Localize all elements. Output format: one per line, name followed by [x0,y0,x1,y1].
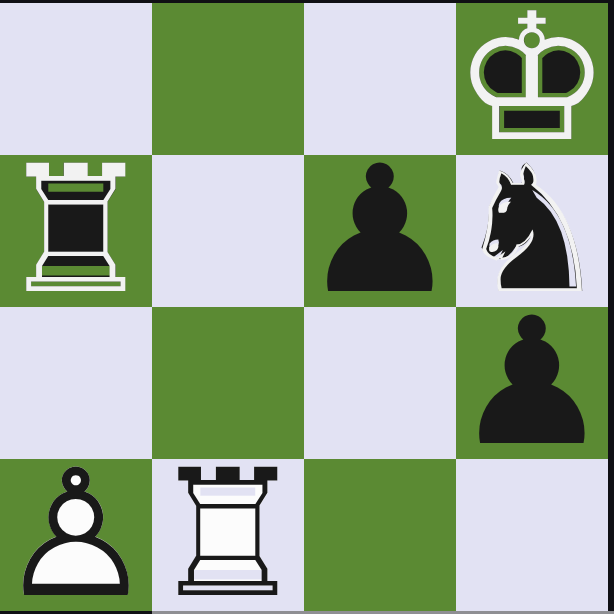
black-king-glyph: ♚ [456,3,608,155]
square-r3c1[interactable] [0,307,152,459]
square-r1c4[interactable]: ♚♔ [456,3,608,155]
black-knight-detail-lines: ♘ [456,155,608,307]
square-r2c1[interactable]: ♜♖ [0,155,152,307]
square-r4c3[interactable] [304,459,456,611]
square-r4c2[interactable]: ♜♖ [152,459,304,611]
black-pawn-piece[interactable]: ♟ [304,155,456,307]
square-r1c2[interactable] [152,3,304,155]
black-rook-detail-lines: ♖ [0,155,152,307]
square-r4c1[interactable]: ♟♙ [0,459,152,611]
square-r1c1[interactable] [0,3,152,155]
white-pawn-piece[interactable]: ♟♙ [0,459,152,611]
black-pawn-glyph: ♟ [304,155,456,307]
square-r2c2[interactable] [152,155,304,307]
square-r4c4[interactable] [456,459,608,611]
black-rook-piece[interactable]: ♜♖ [0,155,152,307]
black-pawn-piece[interactable]: ♟ [456,307,608,459]
white-rook-piece[interactable]: ♜♖ [152,459,304,611]
square-r1c3[interactable] [304,3,456,155]
square-r2c4[interactable]: ♞♘ [456,155,608,307]
square-r3c4[interactable]: ♟ [456,307,608,459]
white-rook-detail-lines: ♖ [152,459,304,611]
white-rook-glyph: ♜ [152,459,304,611]
black-pawn-glyph: ♟ [456,307,608,459]
white-pawn-glyph: ♟ [0,459,152,611]
board-frame: ♚♔♜♖♟♞♘♟♟♙♜♖ [0,0,614,614]
chess-board: ♚♔♜♖♟♞♘♟♟♙♜♖ [0,3,608,611]
black-king-detail-lines: ♔ [456,3,608,155]
black-rook-glyph: ♜ [0,155,152,307]
square-r2c3[interactable]: ♟ [304,155,456,307]
black-knight-glyph: ♞ [456,155,608,307]
square-r3c3[interactable] [304,307,456,459]
square-r3c2[interactable] [152,307,304,459]
black-knight-piece[interactable]: ♞♘ [456,155,608,307]
black-king-piece[interactable]: ♚♔ [456,3,608,155]
white-pawn-detail-lines: ♙ [0,459,152,611]
